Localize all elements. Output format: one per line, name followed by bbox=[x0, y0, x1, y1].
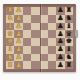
square-r7c3 bbox=[31, 61, 39, 69]
square-r0c7: ♜ bbox=[65, 7, 73, 15]
square-r2c4 bbox=[40, 23, 48, 31]
square-r3c4 bbox=[40, 30, 48, 38]
chess-piece-wP: ♟ bbox=[15, 7, 21, 14]
chess-piece-bQ: ♛ bbox=[66, 30, 72, 37]
square-r6c3 bbox=[31, 54, 39, 62]
chess-piece-wP: ♟ bbox=[15, 30, 21, 37]
square-r5c7: ♝ bbox=[65, 46, 73, 54]
square-r7c0: ♜ bbox=[6, 61, 14, 69]
chess-piece-wP: ♟ bbox=[15, 46, 21, 53]
chess-piece-wN: ♞ bbox=[7, 15, 13, 22]
square-r1c2 bbox=[23, 15, 31, 23]
square-r1c1: ♟ bbox=[14, 15, 22, 23]
chess-piece-wN: ♞ bbox=[7, 53, 13, 60]
square-r4c0: ♚ bbox=[6, 38, 14, 46]
square-r3c1: ♟ bbox=[14, 30, 22, 38]
square-r2c2 bbox=[23, 23, 31, 31]
chess-piece-wB: ♝ bbox=[7, 22, 13, 29]
chess-piece-bB: ♝ bbox=[66, 46, 72, 53]
chess-piece-bN: ♞ bbox=[66, 15, 72, 22]
square-r0c3 bbox=[31, 7, 39, 15]
square-r6c6: ♟ bbox=[56, 54, 64, 62]
square-r1c4 bbox=[40, 15, 48, 23]
square-r1c5 bbox=[48, 15, 56, 23]
chess-board: ♜♟♟♜♞♟♟♞♝♟♟♝♛♟♟♛♚♟♟♚♝♟♟♝♞♟♟♞♜♟♟♜ bbox=[3, 4, 76, 72]
chess-piece-wK: ♚ bbox=[7, 38, 13, 45]
square-r2c5 bbox=[48, 23, 56, 31]
square-r7c1: ♟ bbox=[14, 61, 22, 69]
chess-piece-bP: ♟ bbox=[57, 61, 63, 68]
square-r4c2 bbox=[23, 38, 31, 46]
square-r1c0: ♞ bbox=[6, 15, 14, 23]
square-r2c6: ♟ bbox=[56, 23, 64, 31]
square-r7c5 bbox=[48, 61, 56, 69]
square-r3c0: ♛ bbox=[6, 30, 14, 38]
square-r1c7: ♞ bbox=[65, 15, 73, 23]
square-r6c2 bbox=[23, 54, 31, 62]
square-r3c6: ♟ bbox=[56, 30, 64, 38]
square-r2c7: ♝ bbox=[65, 23, 73, 31]
square-r3c5 bbox=[48, 30, 56, 38]
chess-piece-bP: ♟ bbox=[57, 7, 63, 14]
square-r3c7: ♛ bbox=[65, 30, 73, 38]
chess-piece-wQ: ♛ bbox=[7, 30, 13, 37]
square-r6c0: ♞ bbox=[6, 54, 14, 62]
chess-piece-wP: ♟ bbox=[15, 53, 21, 60]
chess-piece-wP: ♟ bbox=[15, 22, 21, 29]
square-r2c1: ♟ bbox=[14, 23, 22, 31]
chess-piece-wB: ♝ bbox=[7, 46, 13, 53]
chess-piece-wR: ♜ bbox=[7, 7, 13, 14]
square-r5c3 bbox=[31, 46, 39, 54]
square-r1c3 bbox=[31, 15, 39, 23]
square-r0c1: ♟ bbox=[14, 7, 22, 15]
square-r4c5 bbox=[48, 38, 56, 46]
chess-piece-bP: ♟ bbox=[57, 38, 63, 45]
chess-piece-bK: ♚ bbox=[66, 38, 72, 45]
square-r4c7: ♚ bbox=[65, 38, 73, 46]
square-r6c7: ♞ bbox=[65, 54, 73, 62]
product-photo: ♜♟♟♜♞♟♟♞♝♟♟♝♛♟♟♛♚♟♟♚♝♟♟♝♞♟♟♞♜♟♟♜ bbox=[0, 0, 80, 80]
chess-piece-bB: ♝ bbox=[66, 22, 72, 29]
square-r6c1: ♟ bbox=[14, 54, 22, 62]
square-r5c0: ♝ bbox=[6, 46, 14, 54]
square-r5c4 bbox=[40, 46, 48, 54]
square-r0c6: ♟ bbox=[56, 7, 64, 15]
square-r5c1: ♟ bbox=[14, 46, 22, 54]
chess-piece-bR: ♜ bbox=[66, 61, 72, 68]
square-r4c4 bbox=[40, 38, 48, 46]
square-r5c6: ♟ bbox=[56, 46, 64, 54]
square-r2c0: ♝ bbox=[6, 23, 14, 31]
square-r7c2 bbox=[23, 61, 31, 69]
square-r1c6: ♟ bbox=[56, 15, 64, 23]
fold-seam bbox=[40, 4, 41, 72]
square-r5c2 bbox=[23, 46, 31, 54]
clasp-latch bbox=[75, 30, 78, 37]
chess-piece-wP: ♟ bbox=[15, 15, 21, 22]
square-r7c7: ♜ bbox=[65, 61, 73, 69]
chess-piece-bN: ♞ bbox=[66, 53, 72, 60]
square-r0c0: ♜ bbox=[6, 7, 14, 15]
square-r4c6: ♟ bbox=[56, 38, 64, 46]
chess-piece-wP: ♟ bbox=[15, 61, 21, 68]
chess-piece-wR: ♜ bbox=[7, 61, 13, 68]
square-r6c5 bbox=[48, 54, 56, 62]
square-r4c1: ♟ bbox=[14, 38, 22, 46]
square-r6c4 bbox=[40, 54, 48, 62]
chess-piece-bP: ♟ bbox=[57, 15, 63, 22]
square-r0c5 bbox=[48, 7, 56, 15]
square-r7c4 bbox=[40, 61, 48, 69]
chess-piece-bP: ♟ bbox=[57, 46, 63, 53]
square-r0c4 bbox=[40, 7, 48, 15]
square-r2c3 bbox=[31, 23, 39, 31]
chess-piece-bP: ♟ bbox=[57, 53, 63, 60]
square-r3c3 bbox=[31, 30, 39, 38]
chess-piece-bP: ♟ bbox=[57, 22, 63, 29]
square-r5c5 bbox=[48, 46, 56, 54]
square-r4c3 bbox=[31, 38, 39, 46]
square-r7c6: ♟ bbox=[56, 61, 64, 69]
chess-piece-wP: ♟ bbox=[15, 38, 21, 45]
square-r0c2 bbox=[23, 7, 31, 15]
chess-piece-bP: ♟ bbox=[57, 30, 63, 37]
chess-piece-bR: ♜ bbox=[66, 7, 72, 14]
square-r3c2 bbox=[23, 30, 31, 38]
